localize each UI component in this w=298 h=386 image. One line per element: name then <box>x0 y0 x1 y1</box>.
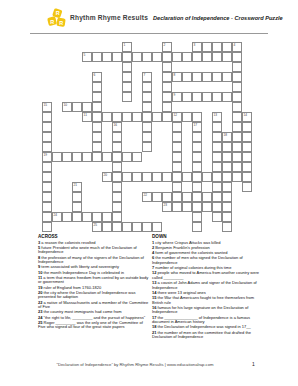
grid-cell[interactable] <box>212 132 222 142</box>
grid-cell[interactable] <box>182 92 192 102</box>
grid-cell[interactable] <box>222 212 232 222</box>
grid-cell[interactable] <box>112 52 122 62</box>
clue-number: 15 <box>44 103 48 107</box>
grid-cell[interactable] <box>162 92 172 102</box>
clue-number: 21 <box>74 183 78 187</box>
grid-cell[interactable] <box>42 192 52 202</box>
crossword-grid: 1234567891011121314151916171820212223242… <box>42 42 254 234</box>
rhythm-rhyme-results-logo-icon: RRR <box>46 8 68 30</box>
grid-cell[interactable] <box>142 52 152 62</box>
grid-cell[interactable] <box>192 212 202 222</box>
clue-number: 11 <box>84 113 87 117</box>
grid-cell[interactable] <box>232 142 242 152</box>
grid-cell[interactable]: 22 <box>142 192 152 202</box>
grid-cell[interactable]: 24 <box>52 212 62 222</box>
grid-cell[interactable] <box>172 122 182 132</box>
grid-cell[interactable] <box>172 202 182 212</box>
grid-cell[interactable] <box>102 152 112 162</box>
grid-cell[interactable]: 1 <box>122 42 132 52</box>
grid-cell[interactable] <box>132 152 142 162</box>
svg-text:R: R <box>59 20 63 26</box>
grid-cell[interactable]: 12 <box>172 112 182 122</box>
grid-cell[interactable] <box>192 182 202 192</box>
clue-number: 19 <box>44 153 48 157</box>
grid-cell[interactable] <box>172 172 182 182</box>
grid-cell[interactable] <box>242 132 252 142</box>
clue-item: 5 future President who wrote much of the… <box>38 246 150 255</box>
grid-cell[interactable] <box>212 42 222 52</box>
grid-cell[interactable] <box>92 132 102 142</box>
grid-cell[interactable]: 3 <box>192 42 202 52</box>
grid-cell[interactable] <box>202 72 212 82</box>
grid-cell[interactable]: 16 <box>112 122 122 132</box>
grid-cell[interactable] <box>42 222 52 232</box>
grid-cell[interactable]: 11 <box>82 112 92 122</box>
page-number: 1 <box>252 361 255 367</box>
grid-cell[interactable] <box>192 112 202 122</box>
grid-cell[interactable] <box>142 222 152 232</box>
grid-cell[interactable] <box>232 72 242 82</box>
grid-cell[interactable] <box>122 92 132 102</box>
grid-cell[interactable] <box>112 112 122 122</box>
grid-cell[interactable] <box>92 112 102 122</box>
grid-cell[interactable] <box>132 112 142 122</box>
grid-cell[interactable] <box>122 82 132 92</box>
grid-cell[interactable] <box>212 182 222 192</box>
grid-cell[interactable] <box>142 82 152 92</box>
grid-cell[interactable] <box>222 42 232 52</box>
grid-cell[interactable] <box>72 202 82 212</box>
clue-item: 15 the War that Americans fought to free… <box>152 296 264 305</box>
grid-cell[interactable] <box>192 72 202 82</box>
grid-cell[interactable] <box>112 152 122 162</box>
grid-cell[interactable] <box>42 202 52 212</box>
grid-cell[interactable] <box>82 102 92 112</box>
grid-cell[interactable] <box>192 92 202 102</box>
grid-cell[interactable] <box>42 182 52 192</box>
grid-cell[interactable] <box>112 212 122 222</box>
grid-cell[interactable] <box>132 172 142 182</box>
clue-item: 8 the profession of many of the signers … <box>38 256 150 265</box>
clue-number: 20 <box>104 173 108 177</box>
grid-cell[interactable] <box>122 152 132 162</box>
grid-cell[interactable] <box>222 92 232 102</box>
clue-number: 17 <box>194 123 198 127</box>
clue-number: 25 <box>94 223 98 227</box>
clue-item: 17 the _______________ of Independence i… <box>152 316 264 325</box>
grid-cell[interactable] <box>202 52 212 62</box>
grid-cell[interactable] <box>42 212 52 222</box>
clue-item: 21 the number of men on the committee th… <box>152 331 264 340</box>
grid-cell[interactable] <box>102 52 112 62</box>
clue-number: 23 <box>164 203 168 207</box>
clue-item: 16 famous for his large signature on the… <box>152 306 264 315</box>
grid-cell[interactable] <box>122 172 132 182</box>
grid-cell[interactable] <box>82 212 92 222</box>
grid-cell[interactable] <box>182 112 192 122</box>
grid-cell[interactable] <box>192 192 202 202</box>
grid-cell[interactable] <box>192 162 202 172</box>
clue-number: 24 <box>54 213 58 217</box>
grid-cell[interactable] <box>162 192 172 202</box>
grid-cell[interactable] <box>142 112 152 122</box>
clue-item: 6 the number of men who signed the Decla… <box>152 256 264 265</box>
svg-text:R: R <box>50 19 54 25</box>
grid-cell[interactable] <box>172 182 182 192</box>
grid-cell[interactable]: 21 <box>72 182 82 192</box>
grid-cell[interactable] <box>42 122 52 132</box>
grid-cell[interactable] <box>92 212 102 222</box>
grid-cell[interactable] <box>222 152 232 162</box>
down-clues: DOWN 1 city where Crispus Attucks was ki… <box>152 234 264 340</box>
grid-cell[interactable]: 5 <box>82 52 92 62</box>
grid-cell[interactable] <box>232 82 242 92</box>
grid-cell[interactable]: 25 <box>92 222 102 232</box>
grid-cell[interactable] <box>172 162 182 172</box>
grid-cell[interactable] <box>122 62 132 72</box>
grid-cell[interactable] <box>72 212 82 222</box>
grid-cell[interactable] <box>142 122 152 132</box>
clue-number: 2 <box>164 43 166 47</box>
grid-cell[interactable] <box>122 52 132 62</box>
grid-cell[interactable] <box>182 172 192 182</box>
grid-cell[interactable] <box>192 152 202 162</box>
grid-cell[interactable] <box>112 192 122 202</box>
grid-cell[interactable] <box>202 92 212 102</box>
grid-cell[interactable] <box>162 72 172 82</box>
grid-cell[interactable] <box>212 212 222 222</box>
clue-number: 16 <box>114 123 118 127</box>
grid-cell[interactable] <box>232 132 242 142</box>
grid-cell[interactable] <box>212 72 222 82</box>
grid-cell[interactable] <box>192 172 202 182</box>
grid-cell[interactable] <box>142 92 152 102</box>
across-header: ACROSS <box>38 234 150 239</box>
grid-cell[interactable] <box>202 192 212 202</box>
grid-cell[interactable] <box>162 102 172 112</box>
grid-cell[interactable] <box>212 142 222 152</box>
grid-cell[interactable] <box>212 152 222 162</box>
grid-cell[interactable] <box>92 152 102 162</box>
grid-cell[interactable] <box>242 142 252 152</box>
grid-cell[interactable] <box>42 142 52 152</box>
grid-cell[interactable] <box>232 122 242 132</box>
grid-cell[interactable]: 13 <box>212 112 222 122</box>
grid-cell[interactable] <box>132 52 142 62</box>
clue-number: 13 <box>214 113 218 117</box>
grid-cell[interactable] <box>112 162 122 172</box>
clue-number: 18 <box>224 133 228 137</box>
clue-item: 11 a term that means freedom from contro… <box>38 276 150 285</box>
grid-cell[interactable]: 4 <box>232 42 242 52</box>
grid-cell[interactable] <box>162 172 172 182</box>
grid-cell[interactable] <box>52 152 62 162</box>
grid-cell[interactable] <box>192 132 202 142</box>
clue-number: 9 <box>174 93 176 97</box>
grid-cell[interactable] <box>122 112 132 122</box>
footer-credit: “Declaration of Independence” by Rhythm … <box>0 362 270 367</box>
across-clues: ACROSS 3 a reason the colonists revolted… <box>38 234 150 331</box>
grid-cell[interactable] <box>212 192 222 202</box>
grid-cell[interactable] <box>202 42 212 52</box>
clue-number: 1 <box>124 43 126 47</box>
grid-cell[interactable] <box>112 222 122 232</box>
grid-cell[interactable] <box>152 112 162 122</box>
grid-cell[interactable] <box>232 172 242 182</box>
grid-cell[interactable] <box>182 52 192 62</box>
grid-cell[interactable] <box>212 172 222 182</box>
grid-cell[interactable] <box>152 172 162 182</box>
grid-cell[interactable] <box>192 222 202 232</box>
grid-cell[interactable] <box>222 222 232 232</box>
grid-cell[interactable] <box>212 202 222 212</box>
grid-cell[interactable] <box>72 102 82 112</box>
grid-cell[interactable] <box>242 182 252 192</box>
grid-cell[interactable] <box>222 162 232 172</box>
grid-cell[interactable]: 18 <box>222 132 232 142</box>
grid-cell[interactable] <box>112 182 122 192</box>
grid-cell[interactable] <box>92 122 102 132</box>
grid-cell[interactable] <box>222 202 232 212</box>
grid-cell[interactable] <box>82 152 92 162</box>
grid-cell[interactable] <box>222 192 232 202</box>
grid-cell[interactable] <box>172 192 182 202</box>
grid-cell[interactable] <box>122 72 132 82</box>
grid-cell[interactable]: 15 <box>42 102 52 112</box>
grid-cell[interactable] <box>72 192 82 202</box>
grid-cell[interactable]: 8 <box>172 72 182 82</box>
grid-cell[interactable] <box>112 132 122 142</box>
grid-cell[interactable] <box>242 152 252 162</box>
clue-number: 7 <box>144 73 146 77</box>
grid-cell[interactable] <box>222 72 232 82</box>
grid-cell[interactable] <box>152 52 162 62</box>
grid-cell[interactable] <box>182 72 192 82</box>
clue-number: 12 <box>174 113 178 117</box>
grid-cell[interactable] <box>202 202 212 212</box>
grid-cell[interactable]: 9 <box>172 92 182 102</box>
grid-cell[interactable] <box>202 172 212 182</box>
grid-cell[interactable] <box>152 192 162 202</box>
grid-cell[interactable]: 23 <box>162 202 172 212</box>
grid-cell[interactable]: 20 <box>102 172 112 182</box>
grid-cell[interactable] <box>162 82 172 92</box>
grid-cell[interactable]: 10 <box>62 102 72 112</box>
clue-number: 4 <box>234 43 236 47</box>
header-divider <box>30 33 268 34</box>
grid-cell[interactable] <box>102 112 112 122</box>
grid-cell[interactable] <box>152 222 162 232</box>
grid-cell[interactable] <box>72 152 82 162</box>
grid-cell[interactable] <box>212 52 222 62</box>
grid-cell[interactable] <box>132 222 142 232</box>
grid-cell[interactable]: 17 <box>192 122 202 132</box>
clue-number: 3 <box>194 43 196 47</box>
grid-cell[interactable] <box>182 192 192 202</box>
grid-cell[interactable] <box>212 162 222 172</box>
clue-number: 22 <box>144 193 148 197</box>
clue-item: 25 Roger _________ was the only one of t… <box>38 321 150 330</box>
grid-cell[interactable] <box>42 162 52 172</box>
grid-cell[interactable] <box>232 102 242 112</box>
grid-cell[interactable] <box>42 112 52 122</box>
grid-cell[interactable] <box>162 112 172 122</box>
grid-cell[interactable] <box>212 92 222 102</box>
clue-number: 6 <box>94 73 96 77</box>
grid-cell[interactable] <box>242 172 252 182</box>
down-header: DOWN <box>152 234 264 239</box>
grid-cell[interactable] <box>162 62 172 72</box>
clue-number: 14 <box>244 113 248 117</box>
grid-cell[interactable] <box>242 162 252 172</box>
grid-cell[interactable] <box>172 152 182 162</box>
grid-cell[interactable] <box>92 82 102 92</box>
clue-item: 20 the city where the Declaration of Ind… <box>38 291 150 300</box>
grid-cell[interactable] <box>232 92 242 102</box>
grid-cell[interactable] <box>62 212 72 222</box>
grid-cell[interactable] <box>142 172 152 182</box>
grid-cell[interactable] <box>212 122 222 132</box>
grid-cell[interactable] <box>182 202 192 212</box>
clue-number: 10 <box>64 103 68 107</box>
grid-cell[interactable]: 14 <box>242 112 252 122</box>
grid-cell[interactable] <box>232 112 242 122</box>
clue-number: 5 <box>84 53 86 57</box>
clue-number: 8 <box>174 73 176 77</box>
grid-cell[interactable]: 19 <box>42 152 52 162</box>
grid-cell[interactable] <box>192 202 202 212</box>
grid-cell[interactable] <box>42 132 52 142</box>
grid-cell[interactable] <box>172 132 182 142</box>
grid-cell[interactable] <box>92 142 102 152</box>
grid-cell[interactable] <box>232 162 242 172</box>
grid-cell[interactable] <box>192 52 202 62</box>
grid-cell[interactable]: 7 <box>142 72 152 82</box>
grid-cell[interactable] <box>162 52 172 62</box>
grid-cell[interactable] <box>92 102 102 112</box>
grid-cell[interactable] <box>222 172 232 182</box>
grid-cell[interactable] <box>232 52 242 62</box>
page-title: Declaration of Independence - Crossword … <box>153 15 283 21</box>
grid-cell[interactable] <box>102 222 112 232</box>
grid-cell[interactable] <box>142 142 152 152</box>
grid-cell[interactable] <box>192 142 202 152</box>
grid-cell[interactable] <box>112 142 122 152</box>
worksheet-page: { "header": { "brand": "Rhythm Rhyme Res… <box>0 0 298 386</box>
clue-item: 22 a native of Massachusetts and a membe… <box>38 301 150 310</box>
svg-text:R: R <box>56 10 60 16</box>
grid-cell[interactable] <box>242 122 252 132</box>
grid-cell[interactable] <box>222 182 232 192</box>
grid-cell[interactable] <box>122 222 132 232</box>
brand-title: Rhythm Rhyme Results <box>70 14 148 21</box>
clue-item: 12 people who moved to America from anot… <box>152 271 264 280</box>
grid-cell[interactable] <box>232 62 242 72</box>
grid-cell[interactable] <box>222 52 232 62</box>
grid-cell[interactable]: 6 <box>92 72 102 82</box>
grid-cell[interactable] <box>142 102 152 112</box>
grid-cell[interactable] <box>172 52 182 62</box>
grid-cell[interactable] <box>222 142 232 152</box>
grid-cell[interactable] <box>172 142 182 152</box>
grid-cell[interactable] <box>42 172 52 182</box>
grid-cell[interactable] <box>112 172 122 182</box>
grid-cell[interactable] <box>92 92 102 102</box>
grid-cell[interactable] <box>62 152 72 162</box>
clue-item: 13 a cousin of John Adams and signer of … <box>152 281 264 290</box>
grid-cell[interactable] <box>92 52 102 62</box>
grid-cell[interactable] <box>232 152 242 162</box>
grid-cell[interactable] <box>102 212 112 222</box>
grid-cell[interactable] <box>112 202 122 212</box>
grid-cell[interactable]: 2 <box>162 42 172 52</box>
grid-cell[interactable] <box>142 132 152 142</box>
